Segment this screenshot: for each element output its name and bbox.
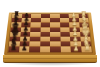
square[interactable]: ♟ [71,47,82,52]
piece-wP[interactable]: ♟ [71,45,81,51]
board-perspective: ♜♟♟♜♞♟♟♞♝♟♟♝♛♟♟♛♚♟♟♚♝♟♟♝♞♟♟♞♜♟♟♜ [4,13,96,55]
square[interactable]: ♜ [8,47,19,52]
square[interactable] [50,47,60,52]
board-frame: ♜♟♟♜♞♟♟♞♝♟♟♝♛♟♟♛♚♟♟♚♝♟♟♝♞♟♟♞♜♟♟♜ [4,13,96,55]
piece-bR[interactable]: ♜ [8,44,18,52]
square[interactable] [60,47,71,52]
box-shadow [1,62,99,66]
piece-bP[interactable]: ♟ [19,45,29,51]
square[interactable] [40,47,50,52]
square[interactable]: ♜ [81,47,92,52]
chess-box: ♜♟♟♜♞♟♟♞♝♟♟♝♛♟♟♛♚♟♟♚♝♟♟♝♞♟♟♞♜♟♟♜ [3,0,97,66]
chess-set-photo: ♜♟♟♜♞♟♟♞♝♟♟♝♛♟♟♛♚♟♟♚♝♟♟♝♞♟♟♞♜♟♟♜ [0,0,100,67]
square[interactable] [29,47,40,52]
piece-wR[interactable]: ♜ [81,44,91,52]
square[interactable]: ♟ [19,47,30,52]
chess-board: ♜♟♟♜♞♟♟♞♝♟♟♝♛♟♟♛♚♟♟♚♝♟♟♝♞♟♟♞♜♟♟♜ [8,14,91,52]
